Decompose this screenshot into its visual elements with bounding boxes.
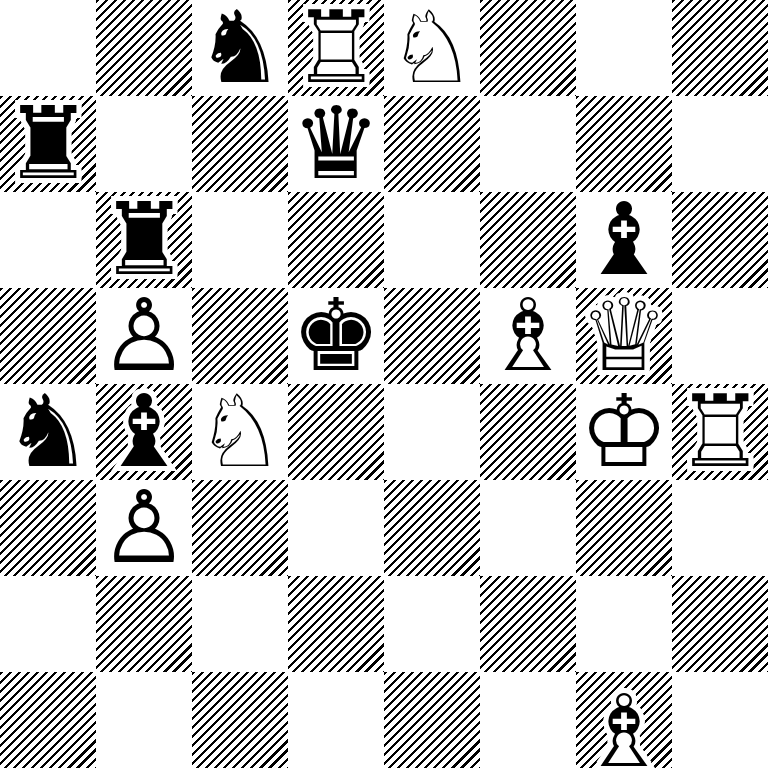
square-h7[interactable]: [672, 96, 768, 192]
square-g6[interactable]: ♝♝: [576, 192, 672, 288]
white-bishop-halo: ♝: [576, 684, 672, 768]
black-king: ♚: [288, 288, 384, 384]
black-king-halo: ♚: [288, 288, 384, 384]
white-pawn-halo: ♟: [96, 480, 192, 576]
square-d8[interactable]: ♜♖: [288, 0, 384, 96]
square-b4[interactable]: ♝♝: [96, 384, 192, 480]
white-bishop-halo: ♝: [480, 288, 576, 384]
square-h1[interactable]: [672, 672, 768, 768]
square-d3[interactable]: [288, 480, 384, 576]
white-queen: ♕: [576, 288, 672, 384]
square-c5[interactable]: [192, 288, 288, 384]
square-c7[interactable]: [192, 96, 288, 192]
square-b5[interactable]: ♟♙: [96, 288, 192, 384]
square-f4[interactable]: [480, 384, 576, 480]
white-queen-halo: ♛: [576, 288, 672, 384]
square-f1[interactable]: [480, 672, 576, 768]
square-a7[interactable]: ♜♜: [0, 96, 96, 192]
chess-board: ♞♞♜♖♞♘♜♜♛♛♜♜♝♝♟♙♚♚♝♗♛♕♞♞♝♝♞♘♚♔♜♖♟♙♝♗: [0, 0, 768, 768]
white-knight: ♘: [192, 384, 288, 480]
square-b7[interactable]: [96, 96, 192, 192]
square-c1[interactable]: [192, 672, 288, 768]
white-knight: ♘: [384, 0, 480, 96]
square-d5[interactable]: ♚♚: [288, 288, 384, 384]
square-d7[interactable]: ♛♛: [288, 96, 384, 192]
square-a5[interactable]: [0, 288, 96, 384]
square-e5[interactable]: [384, 288, 480, 384]
square-e8[interactable]: ♞♘: [384, 0, 480, 96]
black-queen: ♛: [288, 96, 384, 192]
square-g5[interactable]: ♛♕: [576, 288, 672, 384]
square-f2[interactable]: [480, 576, 576, 672]
black-queen-halo: ♛: [288, 96, 384, 192]
square-b6[interactable]: ♜♜: [96, 192, 192, 288]
square-f5[interactable]: ♝♗: [480, 288, 576, 384]
square-h4[interactable]: ♜♖: [672, 384, 768, 480]
white-knight-halo: ♞: [192, 384, 288, 480]
white-rook-halo: ♜: [288, 0, 384, 96]
black-bishop-halo: ♝: [576, 192, 672, 288]
black-knight: ♞: [192, 0, 288, 96]
square-g4[interactable]: ♚♔: [576, 384, 672, 480]
white-bishop: ♗: [480, 288, 576, 384]
square-e2[interactable]: [384, 576, 480, 672]
square-h6[interactable]: [672, 192, 768, 288]
square-g7[interactable]: [576, 96, 672, 192]
square-h2[interactable]: [672, 576, 768, 672]
black-rook-halo: ♜: [96, 192, 192, 288]
square-a1[interactable]: [0, 672, 96, 768]
square-e7[interactable]: [384, 96, 480, 192]
white-pawn-halo: ♟: [96, 288, 192, 384]
square-e6[interactable]: [384, 192, 480, 288]
square-a2[interactable]: [0, 576, 96, 672]
white-bishop: ♗: [576, 684, 672, 768]
square-f7[interactable]: [480, 96, 576, 192]
square-d1[interactable]: [288, 672, 384, 768]
square-g1[interactable]: ♝♗: [576, 672, 672, 768]
square-f8[interactable]: [480, 0, 576, 96]
square-a4[interactable]: ♞♞: [0, 384, 96, 480]
white-knight-halo: ♞: [384, 0, 480, 96]
square-c4[interactable]: ♞♘: [192, 384, 288, 480]
square-c2[interactable]: [192, 576, 288, 672]
black-knight: ♞: [0, 384, 96, 480]
square-d6[interactable]: [288, 192, 384, 288]
black-rook-halo: ♜: [0, 96, 96, 192]
square-a8[interactable]: [0, 0, 96, 96]
square-g3[interactable]: [576, 480, 672, 576]
square-d4[interactable]: [288, 384, 384, 480]
white-rook: ♖: [672, 384, 768, 480]
white-king-halo: ♚: [576, 384, 672, 480]
square-f3[interactable]: [480, 480, 576, 576]
square-e4[interactable]: [384, 384, 480, 480]
white-pawn: ♙: [96, 288, 192, 384]
square-c6[interactable]: [192, 192, 288, 288]
black-bishop-halo: ♝: [96, 384, 192, 480]
square-g2[interactable]: [576, 576, 672, 672]
black-bishop: ♝: [96, 384, 192, 480]
white-pawn: ♙: [96, 480, 192, 576]
square-a3[interactable]: [0, 480, 96, 576]
white-rook: ♖: [288, 0, 384, 96]
square-a6[interactable]: [0, 192, 96, 288]
square-b8[interactable]: [96, 0, 192, 96]
square-c3[interactable]: [192, 480, 288, 576]
square-h3[interactable]: [672, 480, 768, 576]
black-knight-halo: ♞: [192, 0, 288, 96]
square-f6[interactable]: [480, 192, 576, 288]
black-rook: ♜: [0, 96, 96, 192]
square-g8[interactable]: [576, 0, 672, 96]
square-d2[interactable]: [288, 576, 384, 672]
square-e3[interactable]: [384, 480, 480, 576]
square-c8[interactable]: ♞♞: [192, 0, 288, 96]
white-king: ♔: [576, 384, 672, 480]
black-bishop: ♝: [576, 192, 672, 288]
square-b1[interactable]: [96, 672, 192, 768]
square-e1[interactable]: [384, 672, 480, 768]
square-h5[interactable]: [672, 288, 768, 384]
black-knight-halo: ♞: [0, 384, 96, 480]
square-b3[interactable]: ♟♙: [96, 480, 192, 576]
square-b2[interactable]: [96, 576, 192, 672]
black-rook: ♜: [96, 192, 192, 288]
square-h8[interactable]: [672, 0, 768, 96]
white-rook-halo: ♜: [672, 384, 768, 480]
